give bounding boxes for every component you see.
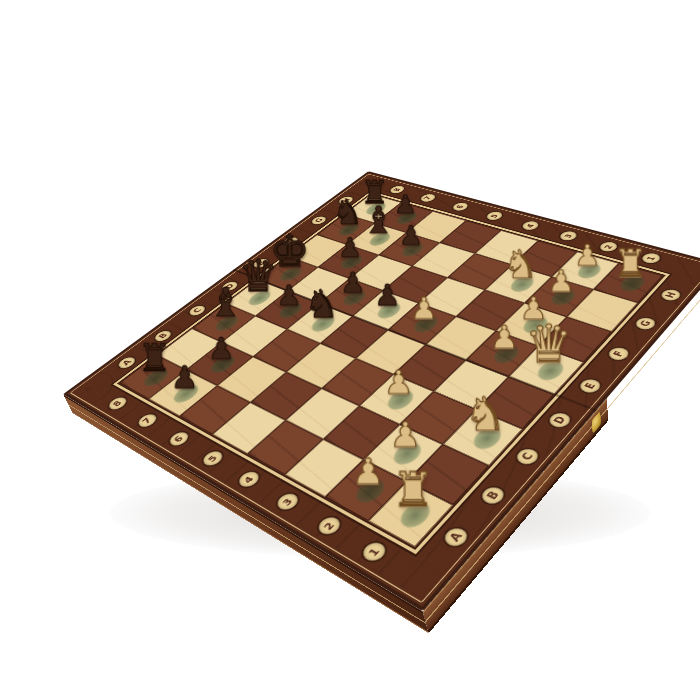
file-label-c-far: C bbox=[186, 304, 207, 317]
square-d6[interactable]: ♞ bbox=[287, 303, 353, 343]
black-king-e8[interactable]: ♚ bbox=[258, 229, 321, 274]
felt-pad bbox=[275, 265, 306, 283]
file-label-d-near: D bbox=[545, 410, 573, 429]
rank-label-3-right: 3 bbox=[557, 230, 579, 242]
file-label-h-far: H bbox=[336, 195, 355, 205]
white-pawn-c3[interactable]: ♟ bbox=[360, 367, 437, 400]
square-h4[interactable] bbox=[475, 230, 538, 264]
file-label-g-far: G bbox=[309, 215, 329, 225]
rank-label-8-right: 8 bbox=[387, 185, 406, 195]
black-pawn-e6[interactable]: ♟ bbox=[320, 269, 386, 297]
square-a1[interactable]: ♜ bbox=[368, 481, 453, 547]
square-g4[interactable] bbox=[447, 253, 512, 290]
file-label-g-near: G bbox=[632, 316, 657, 331]
white-queen-e1[interactable]: ♛ bbox=[510, 317, 587, 370]
file-label-f-far: F bbox=[280, 236, 300, 247]
rank-label-3-left: 3 bbox=[273, 491, 301, 512]
square-g5[interactable] bbox=[412, 243, 475, 278]
felt-pad bbox=[338, 288, 371, 308]
file-label-a-near: A bbox=[440, 525, 471, 549]
file-label-b-far: B bbox=[152, 329, 174, 343]
rank-label-8-left: 8 bbox=[106, 396, 130, 412]
rank-label-2-left: 2 bbox=[314, 515, 343, 538]
white-rook-h1[interactable]: ♜ bbox=[595, 245, 666, 283]
file-label-f-near: F bbox=[605, 345, 631, 362]
file-label-d-far: D bbox=[219, 280, 240, 292]
square-f6[interactable] bbox=[350, 255, 412, 290]
square-c7[interactable] bbox=[222, 316, 287, 357]
rank-label-7-right: 7 bbox=[418, 193, 438, 203]
black-knight-d6[interactable]: ♞ bbox=[287, 285, 355, 324]
rank-label-4-right: 4 bbox=[519, 220, 540, 231]
square-h6[interactable] bbox=[406, 211, 466, 242]
chess-board: ♜♝♛♚♞♜♟♟♟♟♝♟♞♟♟♟♟♟♞♟♟♟♟♟♟♜♞♛♜ AA11BB22CC… bbox=[63, 171, 700, 611]
felt-pad bbox=[306, 313, 339, 334]
brass-latch-icon bbox=[591, 411, 601, 434]
black-pawn-d7[interactable]: ♟ bbox=[256, 282, 322, 310]
chess-board-scene: ♜♝♛♚♞♜♟♟♟♟♝♟♞♟♟♟♟♟♞♟♟♟♟♟♟♜♞♛♜ AA11BB22CC… bbox=[150, 92, 626, 568]
rank-label-5-left: 5 bbox=[199, 449, 225, 468]
file-label-e-far: E bbox=[250, 258, 270, 269]
square-e6[interactable]: ♟ bbox=[319, 279, 383, 317]
felt-pad bbox=[334, 222, 363, 238]
square-e4[interactable]: ♟ bbox=[388, 303, 456, 345]
rank-label-4-left: 4 bbox=[235, 470, 262, 490]
square-e7[interactable] bbox=[288, 267, 350, 303]
felt-pad bbox=[397, 241, 428, 259]
black-pawn-g6[interactable]: ♟ bbox=[379, 222, 442, 249]
white-knight-c1[interactable]: ♞ bbox=[444, 391, 526, 438]
square-f7[interactable]: ♟ bbox=[318, 245, 379, 279]
felt-pad bbox=[210, 313, 243, 334]
file-label-h-near: H bbox=[658, 288, 683, 302]
square-d7[interactable]: ♟ bbox=[255, 291, 319, 329]
file-label-b-near: B bbox=[478, 484, 508, 506]
rank-label-1-left: 1 bbox=[359, 540, 389, 564]
file-label-c-near: C bbox=[513, 446, 542, 467]
white-pawn-b2[interactable]: ♟ bbox=[364, 418, 446, 453]
rank-label-6-left: 6 bbox=[166, 430, 191, 448]
square-g6[interactable]: ♟ bbox=[379, 233, 440, 266]
white-rook-a1[interactable]: ♜ bbox=[369, 467, 457, 515]
square-h7[interactable]: ♟ bbox=[375, 202, 433, 232]
felt-pad bbox=[243, 289, 275, 308]
square-h5[interactable] bbox=[440, 221, 501, 254]
white-pawn-e4[interactable]: ♟ bbox=[389, 294, 459, 324]
felt-pad bbox=[274, 301, 307, 321]
product-photo-stage: ♜♝♛♚♞♜♟♟♟♟♝♟♞♟♟♟♟♟♞♟♟♟♟♟♟♜♞♛♜ AA11BB22CC… bbox=[0, 0, 700, 700]
felt-pad bbox=[365, 231, 395, 248]
rank-label-6-right: 6 bbox=[450, 202, 470, 212]
rank-label-5-right: 5 bbox=[484, 211, 505, 222]
square-c6[interactable] bbox=[253, 329, 320, 372]
felt-pad bbox=[361, 201, 390, 217]
black-pawn-f7[interactable]: ♟ bbox=[319, 235, 382, 262]
black-bishop-g7[interactable]: ♝ bbox=[348, 202, 409, 239]
file-label-e-near: E bbox=[576, 377, 603, 395]
black-pawn-a7[interactable]: ♟ bbox=[149, 363, 221, 394]
square-g7[interactable]: ♝ bbox=[347, 223, 406, 255]
rank-label-7-left: 7 bbox=[135, 412, 159, 429]
felt-pad bbox=[392, 210, 421, 226]
felt-pad bbox=[336, 253, 367, 271]
